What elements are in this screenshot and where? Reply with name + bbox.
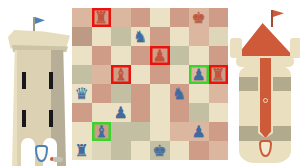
fallen-piece-icon	[53, 157, 63, 162]
board-square[interactable]	[170, 122, 190, 141]
board-square[interactable]	[92, 84, 112, 103]
blue-knight[interactable]: ♞	[133, 29, 147, 45]
board-square[interactable]	[111, 27, 131, 46]
board-square[interactable]	[131, 122, 151, 141]
blue-king[interactable]: ♚	[153, 143, 167, 159]
left-castle-tower	[8, 14, 72, 166]
board-square[interactable]: ♚	[150, 141, 170, 160]
board-square[interactable]	[170, 103, 190, 122]
board-square[interactable]	[189, 141, 209, 160]
board-square[interactable]: ♞	[131, 27, 151, 46]
board-square[interactable]	[72, 65, 92, 84]
highlighted-square-green[interactable]: ♟	[189, 65, 209, 84]
board-square[interactable]	[209, 27, 229, 46]
red-banner-stripe	[260, 58, 271, 138]
board-square[interactable]	[111, 46, 131, 65]
board-square[interactable]	[170, 141, 190, 160]
red-king[interactable]: ♚	[192, 10, 206, 26]
board-square[interactable]	[150, 103, 170, 122]
board-square[interactable]	[209, 103, 229, 122]
tower-side-ledge	[230, 38, 242, 58]
chess-illustration-scene: ♜♚♞♟♝♟♜♛♞♟♝♟♜♚	[0, 0, 300, 168]
board-square[interactable]	[209, 8, 229, 27]
red-rook[interactable]: ♜	[211, 67, 225, 83]
blue-rook[interactable]: ♜	[75, 143, 89, 159]
right-tower-roof	[235, 23, 295, 58]
red-banner	[258, 58, 273, 138]
blue-pawn[interactable]: ♟	[192, 124, 206, 140]
banner-circle-window	[263, 98, 268, 103]
board-square[interactable]	[72, 27, 92, 46]
chess-board[interactable]: ♜♚♞♟♝♟♜♛♞♟♝♟♜♚	[72, 8, 228, 160]
board-square[interactable]	[150, 65, 170, 84]
highlighted-square-red[interactable]: ♜	[209, 65, 229, 84]
red-bishop[interactable]: ♝	[114, 67, 128, 83]
board-square[interactable]	[111, 8, 131, 27]
tower-arch	[21, 138, 35, 166]
board-square[interactable]	[92, 141, 112, 160]
board-square[interactable]	[150, 84, 170, 103]
board-square[interactable]	[150, 27, 170, 46]
board-square[interactable]	[150, 8, 170, 27]
board-square[interactable]	[189, 46, 209, 65]
board-square[interactable]	[111, 141, 131, 160]
board-square[interactable]	[170, 8, 190, 27]
tower-window-slit	[49, 110, 53, 127]
tower-window-slit	[22, 72, 26, 89]
board-square[interactable]: ♛	[72, 84, 92, 103]
red-flag-icon	[273, 10, 284, 17]
board-square[interactable]	[189, 84, 209, 103]
board-square[interactable]	[209, 46, 229, 65]
board-square[interactable]	[92, 103, 112, 122]
board-square[interactable]	[92, 27, 112, 46]
highlighted-square-red[interactable]: ♟	[150, 46, 170, 65]
blue-knight[interactable]: ♞	[172, 86, 186, 102]
board-square[interactable]	[131, 8, 151, 27]
blue-pawn[interactable]: ♟	[192, 67, 206, 83]
board-square[interactable]	[131, 46, 151, 65]
board-square[interactable]	[111, 122, 131, 141]
board-square[interactable]	[92, 65, 112, 84]
board-square[interactable]	[189, 27, 209, 46]
board-square[interactable]	[189, 103, 209, 122]
board-square[interactable]	[170, 46, 190, 65]
board-square[interactable]	[209, 122, 229, 141]
board-square[interactable]	[72, 122, 92, 141]
board-square[interactable]	[131, 65, 151, 84]
board-square[interactable]: ♜	[72, 141, 92, 160]
board-square[interactable]	[131, 103, 151, 122]
board-square[interactable]: ♞	[170, 84, 190, 103]
right-flag-pole	[271, 10, 273, 27]
blue-queen[interactable]: ♛	[75, 86, 89, 102]
board-square[interactable]	[92, 46, 112, 65]
board-square[interactable]	[170, 65, 190, 84]
right-castle-tower	[234, 10, 298, 166]
board-square[interactable]	[209, 84, 229, 103]
blue-flag-icon	[35, 17, 45, 24]
board-square[interactable]	[111, 84, 131, 103]
highlighted-square-red[interactable]: ♝	[111, 65, 131, 84]
highlighted-square-red[interactable]: ♜	[92, 8, 112, 27]
board-square[interactable]	[72, 8, 92, 27]
board-square[interactable]	[131, 141, 151, 160]
board-square[interactable]: ♚	[189, 8, 209, 27]
board-square[interactable]: ♟	[111, 103, 131, 122]
tower-side-ledge	[290, 38, 300, 58]
blue-bishop[interactable]: ♝	[94, 124, 108, 140]
tower-window-slit	[22, 110, 26, 127]
board-square[interactable]	[72, 103, 92, 122]
red-rook[interactable]: ♜	[94, 10, 108, 26]
blue-pawn[interactable]: ♟	[114, 105, 128, 121]
board-square[interactable]	[209, 141, 229, 160]
board-square[interactable]	[72, 46, 92, 65]
left-flag-pole	[33, 17, 35, 33]
tower-window-slit	[49, 72, 53, 89]
board-square[interactable]	[170, 27, 190, 46]
highlighted-square-green[interactable]: ♝	[92, 122, 112, 141]
board-square[interactable]: ♟	[189, 122, 209, 141]
board-square[interactable]	[150, 122, 170, 141]
board-square[interactable]	[131, 84, 151, 103]
red-pawn[interactable]: ♟	[153, 48, 167, 64]
